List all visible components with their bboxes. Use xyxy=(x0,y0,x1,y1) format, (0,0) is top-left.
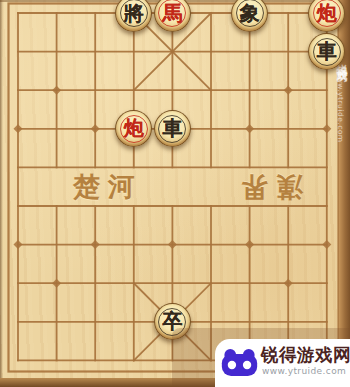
piece-red-cannon[interactable]: 炮 xyxy=(115,110,152,147)
piece-glyph: 炮 xyxy=(317,3,337,23)
piece-black-chariot[interactable]: 車 xyxy=(308,33,345,70)
piece-glyph: 炮 xyxy=(124,118,144,138)
xiangqi-board: 楚河 漢界 將馬象炮車炮車卒 锐得游戏网 www.ytruide.com 锐得游… xyxy=(0,0,350,387)
piece-black-chariot[interactable]: 車 xyxy=(154,110,191,147)
piece-glyph: 象 xyxy=(240,3,260,23)
piece-grid: 將馬象炮車炮車卒 xyxy=(0,0,346,380)
piece-red-horse[interactable]: 馬 xyxy=(154,0,191,32)
piece-glyph: 車 xyxy=(162,118,182,138)
piece-glyph: 將 xyxy=(124,3,144,23)
piece-glyph: 馬 xyxy=(162,3,182,23)
watermark-card: 锐得游戏网 www.ytruide.com xyxy=(215,339,350,387)
gamepad-logo-icon xyxy=(221,347,258,378)
watermark-url-text: www.ytruide.com xyxy=(262,366,346,376)
piece-glyph: 車 xyxy=(317,41,337,61)
piece-black-general[interactable]: 將 xyxy=(115,0,152,32)
watermark-brand-text: 锐得游戏网 xyxy=(261,343,350,367)
piece-black-elephant[interactable]: 象 xyxy=(231,0,268,32)
piece-red-cannon[interactable]: 炮 xyxy=(308,0,345,32)
